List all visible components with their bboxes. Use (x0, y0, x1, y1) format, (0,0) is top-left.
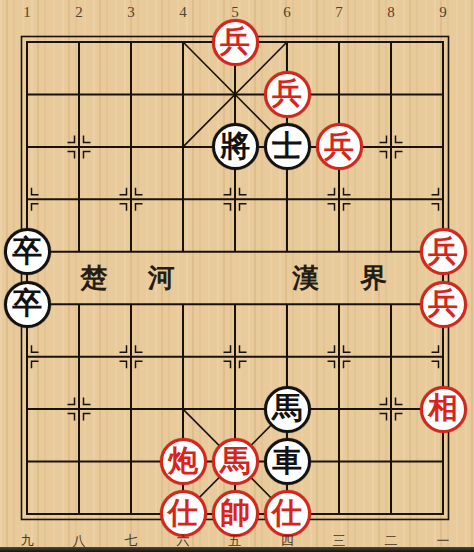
piece-glyph: 炮 (168, 446, 198, 476)
file-label-bottom: 八 (73, 534, 86, 547)
piece-glyph: 相 (428, 393, 458, 423)
file-label-bottom: 五 (229, 534, 242, 547)
pieces-grid: 兵兵將士兵卒兵卒兵馬相炮馬車仕帥仕 (1, 16, 469, 540)
piece-red-general[interactable]: 帥 (212, 490, 259, 537)
piece-glyph: 卒 (12, 236, 42, 266)
piece-glyph: 將 (220, 131, 250, 161)
file-label-bottom: 六 (177, 534, 190, 547)
piece-red-soldier[interactable]: 兵 (420, 228, 467, 275)
piece-red-advisor[interactable]: 仕 (160, 490, 207, 537)
piece-glyph: 馬 (272, 393, 302, 423)
file-label-bottom: 七 (125, 534, 138, 547)
piece-glyph: 馬 (220, 446, 250, 476)
piece-glyph: 仕 (168, 498, 198, 528)
piece-red-cannon[interactable]: 炮 (160, 438, 207, 485)
piece-red-soldier[interactable]: 兵 (420, 281, 467, 328)
piece-glyph: 仕 (272, 498, 302, 528)
piece-glyph: 卒 (12, 288, 42, 318)
piece-red-horse[interactable]: 馬 (212, 438, 259, 485)
piece-glyph: 車 (272, 446, 302, 476)
window-bottom-edge (0, 547, 474, 552)
piece-black-soldier[interactable]: 卒 (4, 228, 51, 275)
piece-red-soldier[interactable]: 兵 (212, 19, 259, 66)
piece-glyph: 兵 (324, 131, 354, 161)
piece-black-general[interactable]: 將 (212, 123, 259, 170)
piece-black-chariot[interactable]: 車 (264, 438, 311, 485)
piece-glyph: 兵 (272, 78, 302, 108)
file-label-bottom: 三 (333, 534, 346, 547)
piece-red-elephant[interactable]: 相 (420, 386, 467, 433)
piece-red-advisor[interactable]: 仕 (264, 490, 311, 537)
file-label-bottom: 一 (437, 534, 450, 547)
piece-glyph: 帥 (220, 498, 250, 528)
file-label-bottom: 四 (281, 534, 294, 547)
file-label-bottom: 二 (385, 534, 398, 547)
piece-glyph: 士 (272, 131, 302, 161)
piece-glyph: 兵 (428, 236, 458, 266)
piece-glyph: 兵 (428, 288, 458, 318)
file-label-bottom: 九 (21, 534, 34, 547)
piece-glyph: 兵 (220, 26, 250, 56)
piece-black-soldier[interactable]: 卒 (4, 281, 51, 328)
piece-black-horse[interactable]: 馬 (264, 386, 311, 433)
piece-black-advisor[interactable]: 士 (264, 123, 311, 170)
xiangqi-board: 123456789 楚 河 漢 界 兵兵將士兵卒兵卒兵馬相炮馬車仕帥仕 九八七六… (0, 0, 474, 552)
piece-red-soldier[interactable]: 兵 (316, 123, 363, 170)
piece-red-soldier[interactable]: 兵 (264, 71, 311, 118)
